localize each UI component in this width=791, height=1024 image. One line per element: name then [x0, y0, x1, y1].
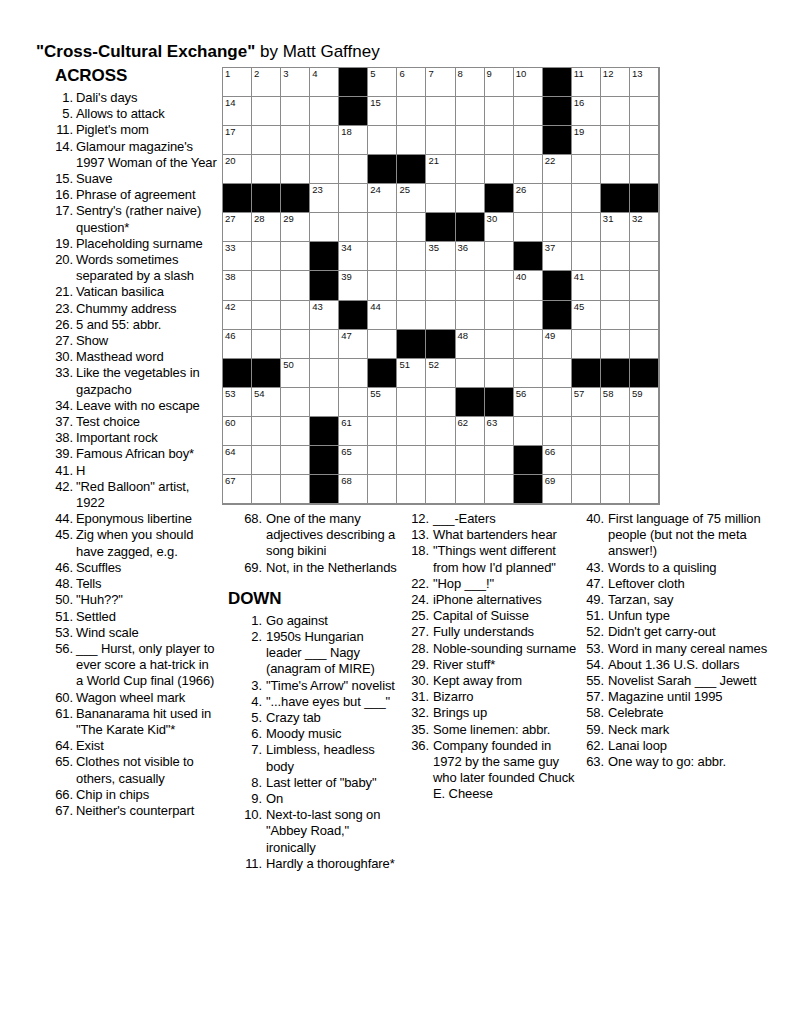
- grid-cell-r9c14[interactable]: [601, 301, 630, 330]
- grid-cell-r14c3[interactable]: [281, 446, 310, 475]
- grid-cell-r2c3[interactable]: [281, 97, 310, 126]
- clue-text: Noble-sounding surname: [433, 641, 583, 657]
- grid-cell-r15c15[interactable]: [630, 475, 659, 504]
- grid-cell-r15c10[interactable]: [485, 475, 514, 504]
- clue-item: 5.Allows to attack: [36, 106, 218, 122]
- clue-text: Leave with no escape: [76, 398, 218, 414]
- cell-number: 16: [574, 97, 585, 108]
- grid-cell-r2c9[interactable]: [456, 97, 485, 126]
- grid-cell-r9c11[interactable]: [514, 301, 543, 330]
- grid-cell-r9c7[interactable]: [397, 301, 426, 330]
- grid-cell-r3c1[interactable]: 17: [223, 126, 252, 155]
- clue-text: Chip in chips: [76, 787, 218, 803]
- clue-text: Eponymous libertine: [76, 511, 218, 527]
- clue-text: Lanai loop: [608, 738, 770, 754]
- grid-cell-r15c5[interactable]: 68: [339, 475, 368, 504]
- clue-item: 55.Novelist Sarah ___ Jewett: [580, 673, 770, 689]
- clue-item: 21.Vatican basilica: [36, 284, 218, 300]
- cell-number: 66: [545, 446, 556, 457]
- grid-cell-r10c12[interactable]: 49: [543, 330, 572, 359]
- clue-number: 31.: [405, 689, 433, 705]
- black-square-r9c5: [339, 301, 368, 330]
- grid-cell-r10c1[interactable]: 46: [223, 330, 252, 359]
- grid-cell-r10c15[interactable]: [630, 330, 659, 359]
- clue-number: 5.: [36, 106, 76, 122]
- grid-cell-r1c13[interactable]: 11: [572, 68, 601, 97]
- clue-number: 67.: [36, 803, 76, 819]
- across-clue-list-continued: 68.One of the many adjectives describing…: [228, 511, 402, 576]
- grid-cell-r4c4[interactable]: [310, 155, 339, 184]
- clue-item: 8.Last letter of "baby": [228, 775, 402, 791]
- grid-cell-r5c6[interactable]: 24: [368, 184, 397, 213]
- clue-item: 30.Kept away from: [405, 673, 583, 689]
- grid-cell-r8c13[interactable]: 41: [572, 271, 601, 300]
- clue-text: Chummy address: [76, 301, 218, 317]
- clue-number: 68.: [228, 511, 266, 560]
- grid-cell-r10c9[interactable]: 48: [456, 330, 485, 359]
- clue-number: 56.: [36, 641, 76, 690]
- cell-number: 5: [370, 68, 375, 79]
- clue-item: 33.Like the vegetables in gazpacho: [36, 365, 218, 397]
- clue-text: Some linemen: abbr.: [433, 722, 583, 738]
- clue-text: Vatican basilica: [76, 284, 218, 300]
- clue-text: River stuff*: [433, 657, 583, 673]
- grid-cell-r13c2[interactable]: [252, 417, 281, 446]
- grid-cell-r6c3[interactable]: 29: [281, 213, 310, 242]
- grid-cell-r3c4[interactable]: [310, 126, 339, 155]
- grid-cell-r4c8[interactable]: 21: [426, 155, 455, 184]
- grid-cell-r9c1[interactable]: 42: [223, 301, 252, 330]
- grid-cell-r1c9[interactable]: 8: [456, 68, 485, 97]
- grid-cell-r11c4[interactable]: [310, 359, 339, 388]
- cell-number: 35: [428, 242, 439, 253]
- grid-cell-r6c12[interactable]: [543, 213, 572, 242]
- grid-cell-r13c7[interactable]: [397, 417, 426, 446]
- grid-cell-r13c9[interactable]: 62: [456, 417, 485, 446]
- clue-item: 32.Brings up: [405, 705, 583, 721]
- grid-cell-r6c6[interactable]: [368, 213, 397, 242]
- grid-cell-r14c15[interactable]: [630, 446, 659, 475]
- grid-cell-r5c5[interactable]: [339, 184, 368, 213]
- black-square-r11c2: [252, 359, 281, 388]
- clue-number: 47.: [580, 576, 608, 592]
- grid-cell-r13c6[interactable]: [368, 417, 397, 446]
- clue-item: 16.Phrase of agreement: [36, 187, 218, 203]
- clue-text: Wind scale: [76, 625, 218, 641]
- clue-item: 51.Unfun type: [580, 608, 770, 624]
- grid-cell-r3c9[interactable]: [456, 126, 485, 155]
- black-square-r11c15: [630, 359, 659, 388]
- grid-cell-r8c15[interactable]: [630, 271, 659, 300]
- grid-cell-r6c7[interactable]: [397, 213, 426, 242]
- grid-cell-r2c2[interactable]: [252, 97, 281, 126]
- grid-cell-r3c8[interactable]: [426, 126, 455, 155]
- grid-cell-r13c8[interactable]: [426, 417, 455, 446]
- clue-item: 62.Lanai loop: [580, 738, 770, 754]
- black-square-r2c5: [339, 97, 368, 126]
- grid-cell-r4c5[interactable]: [339, 155, 368, 184]
- grid-cell-r12c3[interactable]: [281, 388, 310, 417]
- grid-cell-r14c9[interactable]: [456, 446, 485, 475]
- grid-cell-r6c11[interactable]: [514, 213, 543, 242]
- grid-cell-r13c12[interactable]: [543, 417, 572, 446]
- grid-cell-r2c7[interactable]: [397, 97, 426, 126]
- clue-item: 13.What bartenders hear: [405, 527, 583, 543]
- clue-number: 60.: [36, 690, 76, 706]
- grid-cell-r4c10[interactable]: [485, 155, 514, 184]
- grid-cell-r7c2[interactable]: [252, 242, 281, 271]
- grid-cell-r14c10[interactable]: [485, 446, 514, 475]
- grid-cell-r10c3[interactable]: [281, 330, 310, 359]
- grid-cell-r10c5[interactable]: 47: [339, 330, 368, 359]
- clue-number: 28.: [405, 641, 433, 657]
- grid-cell-r12c2[interactable]: 54: [252, 388, 281, 417]
- grid-cell-r1c6[interactable]: 5: [368, 68, 397, 97]
- grid-cell-r3c2[interactable]: [252, 126, 281, 155]
- grid-cell-r5c9[interactable]: [456, 184, 485, 213]
- grid-cell-r6c5[interactable]: [339, 213, 368, 242]
- grid-cell-r6c13[interactable]: [572, 213, 601, 242]
- grid-cell-r12c12[interactable]: [543, 388, 572, 417]
- grid-cell-r7c6[interactable]: [368, 242, 397, 271]
- grid-cell-r2c1[interactable]: 14: [223, 97, 252, 126]
- clue-number: 30.: [405, 673, 433, 689]
- grid-cell-r12c1[interactable]: 53: [223, 388, 252, 417]
- black-square-r8c12: [543, 271, 572, 300]
- grid-cell-r4c9[interactable]: [456, 155, 485, 184]
- grid-cell-r7c5[interactable]: 34: [339, 242, 368, 271]
- grid-cell-r9c6[interactable]: 44: [368, 301, 397, 330]
- clue-text: Capital of Suisse: [433, 608, 583, 624]
- grid-cell-r2c10[interactable]: [485, 97, 514, 126]
- grid-cell-r4c11[interactable]: [514, 155, 543, 184]
- grid-cell-r5c4[interactable]: 23: [310, 184, 339, 213]
- cell-number: 28: [254, 213, 265, 224]
- cell-number: 37: [545, 242, 556, 253]
- grid-cell-r15c1[interactable]: 67: [223, 475, 252, 504]
- clue-text: Bizarro: [433, 689, 583, 705]
- grid-cell-r5c11[interactable]: 26: [514, 184, 543, 213]
- grid-cell-r2c14[interactable]: [601, 97, 630, 126]
- grid-cell-r8c8[interactable]: [426, 271, 455, 300]
- grid-cell-r15c14[interactable]: [601, 475, 630, 504]
- grid-cell-r10c6[interactable]: [368, 330, 397, 359]
- clue-column-bottom-1: 68.One of the many adjectives describing…: [228, 511, 402, 872]
- clue-item: 25.Capital of Suisse: [405, 608, 583, 624]
- grid-cell-r1c15[interactable]: 13: [630, 68, 659, 97]
- clue-text: Dali's days: [76, 90, 218, 106]
- grid-cell-r4c12[interactable]: 22: [543, 155, 572, 184]
- clue-number: 19.: [36, 236, 76, 252]
- grid-cell-r11c12[interactable]: [543, 359, 572, 388]
- grid-cell-r11c5[interactable]: [339, 359, 368, 388]
- clue-item: 14.Glamour magazine's 1997 Woman of the …: [36, 139, 218, 171]
- grid-cell-r5c12[interactable]: [543, 184, 572, 213]
- grid-cell-r2c11[interactable]: [514, 97, 543, 126]
- cell-number: 54: [254, 388, 265, 399]
- grid-cell-r6c14[interactable]: 31: [601, 213, 630, 242]
- grid-cell-r10c2[interactable]: [252, 330, 281, 359]
- grid-cell-r15c3[interactable]: [281, 475, 310, 504]
- cell-number: 10: [516, 68, 527, 79]
- grid-cell-r14c1[interactable]: 64: [223, 446, 252, 475]
- down-clue-list: 1.Go against2.1950s Hungarian leader ___…: [228, 613, 402, 872]
- grid-cell-r11c11[interactable]: [514, 359, 543, 388]
- across-clue-list: 1.Dali's days5.Allows to attack11.Piglet…: [36, 90, 218, 819]
- clue-text: Words to a quisling: [608, 560, 770, 576]
- clue-item: 23.Chummy address: [36, 301, 218, 317]
- grid-cell-r7c14[interactable]: [601, 242, 630, 271]
- grid-cell-r11c7[interactable]: 51: [397, 359, 426, 388]
- grid-cell-r1c14[interactable]: 12: [601, 68, 630, 97]
- grid-cell-r13c15[interactable]: [630, 417, 659, 446]
- grid-cell-r8c11[interactable]: 40: [514, 271, 543, 300]
- grid-cell-r12c4[interactable]: [310, 388, 339, 417]
- grid-cell-r6c1[interactable]: 27: [223, 213, 252, 242]
- grid-cell-r7c13[interactable]: [572, 242, 601, 271]
- grid-cell-r3c15[interactable]: [630, 126, 659, 155]
- grid-cell-r4c3[interactable]: [281, 155, 310, 184]
- clue-text: Exist: [76, 738, 218, 754]
- grid-cell-r8c7[interactable]: [397, 271, 426, 300]
- grid-cell-r3c11[interactable]: [514, 126, 543, 155]
- black-square-r1c12: [543, 68, 572, 97]
- grid-cell-r11c9[interactable]: [456, 359, 485, 388]
- clue-text: "Red Balloon" artist, 1922: [76, 479, 218, 511]
- cell-number: 11: [574, 68, 584, 79]
- clue-item: 24.iPhone alternatives: [405, 592, 583, 608]
- clue-text: Like the vegetables in gazpacho: [76, 365, 218, 397]
- cell-number: 46: [225, 330, 236, 341]
- black-square-r5c10: [485, 184, 514, 213]
- grid-cell-r13c1[interactable]: 60: [223, 417, 252, 446]
- grid-cell-r6c4[interactable]: [310, 213, 339, 242]
- puzzle-title-text: "Cross-Cultural Exchange": [36, 42, 255, 61]
- clue-text: Masthead word: [76, 349, 218, 365]
- grid-cell-r9c15[interactable]: [630, 301, 659, 330]
- grid-cell-r9c2[interactable]: [252, 301, 281, 330]
- grid-cell-r9c8[interactable]: [426, 301, 455, 330]
- grid-cell-r11c3[interactable]: 50: [281, 359, 310, 388]
- clue-number: 42.: [36, 479, 76, 511]
- grid-cell-r2c4[interactable]: [310, 97, 339, 126]
- grid-cell-r3c3[interactable]: [281, 126, 310, 155]
- grid-cell-r14c14[interactable]: [601, 446, 630, 475]
- grid-cell-r10c10[interactable]: [485, 330, 514, 359]
- cell-number: 2: [254, 68, 259, 79]
- clue-item: 53.Word in many cereal names: [580, 641, 770, 657]
- grid-cell-r2c6[interactable]: 15: [368, 97, 397, 126]
- grid-cell-r3c13[interactable]: 19: [572, 126, 601, 155]
- grid-cell-r10c4[interactable]: [310, 330, 339, 359]
- grid-cell-r12c6[interactable]: 55: [368, 388, 397, 417]
- clue-item: 64.Exist: [36, 738, 218, 754]
- grid-cell-r7c1[interactable]: 33: [223, 242, 252, 271]
- grid-cell-r14c12[interactable]: 66: [543, 446, 572, 475]
- grid-cell-r1c3[interactable]: 3: [281, 68, 310, 97]
- clue-number: 20.: [36, 252, 76, 284]
- grid-cell-r13c10[interactable]: 63: [485, 417, 514, 446]
- clue-text: Piglet's mom: [76, 122, 218, 138]
- grid-cell-r14c2[interactable]: [252, 446, 281, 475]
- grid-cell-r3c6[interactable]: [368, 126, 397, 155]
- grid-cell-r1c11[interactable]: 10: [514, 68, 543, 97]
- grid-cell-r9c13[interactable]: 45: [572, 301, 601, 330]
- clue-column-bottom-2: 12.___-Eaters13.What bartenders hear18."…: [405, 511, 583, 803]
- grid-cell-r11c10[interactable]: [485, 359, 514, 388]
- grid-cell-r12c13[interactable]: 57: [572, 388, 601, 417]
- grid-cell-r1c2[interactable]: 2: [252, 68, 281, 97]
- grid-cell-r12c11[interactable]: 56: [514, 388, 543, 417]
- grid-cell-r7c8[interactable]: 35: [426, 242, 455, 271]
- grid-cell-r1c4[interactable]: 4: [310, 68, 339, 97]
- black-square-r14c11: [514, 446, 543, 475]
- grid-cell-r5c13[interactable]: [572, 184, 601, 213]
- black-square-r11c1: [223, 359, 252, 388]
- black-square-r6c8: [426, 213, 455, 242]
- grid-cell-r11c8[interactable]: 52: [426, 359, 455, 388]
- grid-cell-r7c3[interactable]: [281, 242, 310, 271]
- grid-cell-r1c8[interactable]: 7: [426, 68, 455, 97]
- grid-cell-r1c1[interactable]: 1: [223, 68, 252, 97]
- grid-cell-r7c12[interactable]: 37: [543, 242, 572, 271]
- grid-cell-r1c10[interactable]: 9: [485, 68, 514, 97]
- grid-cell-r7c15[interactable]: [630, 242, 659, 271]
- grid-cell-r5c8[interactable]: [426, 184, 455, 213]
- clue-text: Novelist Sarah ___ Jewett: [608, 673, 770, 689]
- grid-cell-r15c2[interactable]: [252, 475, 281, 504]
- clue-number: 64.: [36, 738, 76, 754]
- clue-text: Leftover cloth: [608, 576, 770, 592]
- black-square-r11c14: [601, 359, 630, 388]
- cell-number: 29: [283, 213, 294, 224]
- grid-cell-r3c10[interactable]: [485, 126, 514, 155]
- grid-cell-r9c9[interactable]: [456, 301, 485, 330]
- grid-cell-r8c10[interactable]: [485, 271, 514, 300]
- across-header: ACROSS: [55, 66, 218, 85]
- clue-number: 18.: [405, 543, 433, 575]
- grid-cell-r10c11[interactable]: [514, 330, 543, 359]
- grid-cell-r13c11[interactable]: [514, 417, 543, 446]
- grid-cell-r13c13[interactable]: [572, 417, 601, 446]
- grid-cell-r7c7[interactable]: [397, 242, 426, 271]
- clue-number: 65.: [36, 754, 76, 786]
- grid-cell-r13c14[interactable]: [601, 417, 630, 446]
- clue-text: Didn't get carry-out: [608, 624, 770, 640]
- grid-cell-r4c14[interactable]: [601, 155, 630, 184]
- cell-number: 63: [487, 417, 498, 428]
- grid-cell-r12c8[interactable]: [426, 388, 455, 417]
- grid-cell-r8c9[interactable]: [456, 271, 485, 300]
- grid-cell-r14c6[interactable]: [368, 446, 397, 475]
- cell-number: 60: [225, 417, 236, 428]
- puzzle-byline: by Matt Gaffney: [255, 42, 379, 61]
- clue-item: 61.Bananarama hit used in "The Karate Ki…: [36, 706, 218, 738]
- grid-cell-r3c5[interactable]: 18: [339, 126, 368, 155]
- grid-cell-r14c7[interactable]: [397, 446, 426, 475]
- grid-cell-r10c13[interactable]: [572, 330, 601, 359]
- cell-number: 43: [312, 301, 323, 312]
- clue-number: 57.: [580, 689, 608, 705]
- clue-number: 23.: [36, 301, 76, 317]
- grid-cell-r6c10[interactable]: 30: [485, 213, 514, 242]
- clue-item: 53.Wind scale: [36, 625, 218, 641]
- clue-number: 4.: [228, 694, 266, 710]
- grid-cell-r6c15[interactable]: 32: [630, 213, 659, 242]
- grid-cell-r2c8[interactable]: [426, 97, 455, 126]
- grid-cell-r14c5[interactable]: 65: [339, 446, 368, 475]
- clue-item: 11.Hardly a thoroughfare*: [228, 856, 402, 872]
- grid-cell-r12c5[interactable]: [339, 388, 368, 417]
- grid-cell-r13c5[interactable]: 61: [339, 417, 368, 446]
- cell-number: 38: [225, 271, 236, 282]
- black-square-r5c3: [281, 184, 310, 213]
- cell-number: 25: [399, 184, 410, 195]
- black-square-r5c14: [601, 184, 630, 213]
- cell-number: 36: [458, 242, 469, 253]
- grid-cell-r15c7[interactable]: [397, 475, 426, 504]
- clue-text: Bananarama hit used in "The Karate Kid"*: [76, 706, 218, 738]
- cell-number: 56: [516, 388, 527, 399]
- cell-number: 18: [341, 126, 352, 137]
- grid-cell-r8c3[interactable]: [281, 271, 310, 300]
- grid-cell-r4c15[interactable]: [630, 155, 659, 184]
- grid-cell-r7c9[interactable]: 36: [456, 242, 485, 271]
- grid-cell-r8c6[interactable]: [368, 271, 397, 300]
- grid-cell-r15c13[interactable]: [572, 475, 601, 504]
- clue-number: 54.: [580, 657, 608, 673]
- grid-cell-r15c6[interactable]: [368, 475, 397, 504]
- grid-cell-r9c4[interactable]: 43: [310, 301, 339, 330]
- grid-cell-r7c10[interactable]: [485, 242, 514, 271]
- cell-number: 1: [225, 68, 230, 79]
- grid-cell-r8c5[interactable]: 39: [339, 271, 368, 300]
- grid-cell-r2c15[interactable]: [630, 97, 659, 126]
- cell-number: 17: [225, 126, 236, 137]
- grid-cell-r8c2[interactable]: [252, 271, 281, 300]
- grid-cell-r3c14[interactable]: [601, 126, 630, 155]
- grid-cell-r8c1[interactable]: 38: [223, 271, 252, 300]
- grid-cell-r13c3[interactable]: [281, 417, 310, 446]
- grid-cell-r15c9[interactable]: [456, 475, 485, 504]
- grid-cell-r12c15[interactable]: 59: [630, 388, 659, 417]
- clue-text: Not, in the Netherlands: [266, 560, 402, 576]
- grid-cell-r4c1[interactable]: 20: [223, 155, 252, 184]
- grid-cell-r14c8[interactable]: [426, 446, 455, 475]
- grid-cell-r5c7[interactable]: 25: [397, 184, 426, 213]
- grid-cell-r4c13[interactable]: [572, 155, 601, 184]
- grid-cell-r1c7[interactable]: 6: [397, 68, 426, 97]
- grid-cell-r10c14[interactable]: [601, 330, 630, 359]
- clue-number: 6.: [228, 726, 266, 742]
- grid-cell-r12c14[interactable]: 58: [601, 388, 630, 417]
- grid-cell-r15c8[interactable]: [426, 475, 455, 504]
- grid-cell-r3c7[interactable]: [397, 126, 426, 155]
- grid-cell-r8c14[interactable]: [601, 271, 630, 300]
- cell-number: 30: [487, 213, 498, 224]
- grid-cell-r12c7[interactable]: [397, 388, 426, 417]
- clue-item: 68.One of the many adjectives describing…: [228, 511, 402, 560]
- grid-cell-r9c3[interactable]: [281, 301, 310, 330]
- grid-cell-r15c12[interactable]: 69: [543, 475, 572, 504]
- grid-cell-r14c13[interactable]: [572, 446, 601, 475]
- clue-number: 51.: [36, 609, 76, 625]
- grid-cell-r9c10[interactable]: [485, 301, 514, 330]
- grid-cell-r2c13[interactable]: 16: [572, 97, 601, 126]
- cell-number: 58: [603, 388, 614, 399]
- grid-cell-r4c2[interactable]: [252, 155, 281, 184]
- grid-cell-r6c2[interactable]: 28: [252, 213, 281, 242]
